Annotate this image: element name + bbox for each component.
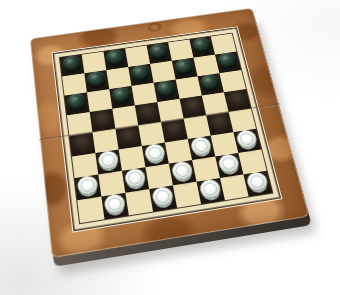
white-piece[interactable] <box>171 160 194 181</box>
white-piece[interactable] <box>235 129 258 149</box>
square-h1[interactable] <box>243 171 272 197</box>
dark-piece[interactable] <box>86 70 107 88</box>
square-a1 <box>77 197 104 224</box>
dark-piece[interactable] <box>191 37 212 54</box>
dark-piece[interactable] <box>174 58 195 76</box>
dark-piece[interactable] <box>156 80 177 99</box>
white-piece[interactable] <box>144 143 166 163</box>
white-piece[interactable] <box>77 175 99 196</box>
dark-piece[interactable] <box>217 52 239 70</box>
dark-piece[interactable] <box>130 64 151 82</box>
white-piece[interactable] <box>103 193 126 215</box>
white-piece[interactable] <box>124 168 146 189</box>
dark-piece[interactable] <box>66 93 87 112</box>
dark-piece[interactable] <box>199 73 221 91</box>
dark-piece[interactable] <box>62 55 82 73</box>
white-piece[interactable] <box>245 171 269 192</box>
dark-piece[interactable] <box>105 49 125 67</box>
white-piece[interactable] <box>190 136 213 156</box>
checkers-board <box>30 8 310 258</box>
dark-piece[interactable] <box>149 43 170 61</box>
photo-white-background <box>0 0 340 295</box>
squares-grid <box>59 33 274 225</box>
playing-area <box>52 26 283 232</box>
white-piece[interactable] <box>97 150 119 171</box>
dark-piece[interactable] <box>111 86 132 105</box>
white-piece[interactable] <box>217 153 240 174</box>
white-piece[interactable] <box>199 178 222 199</box>
white-piece[interactable] <box>151 186 174 208</box>
square-b1[interactable] <box>101 193 128 219</box>
